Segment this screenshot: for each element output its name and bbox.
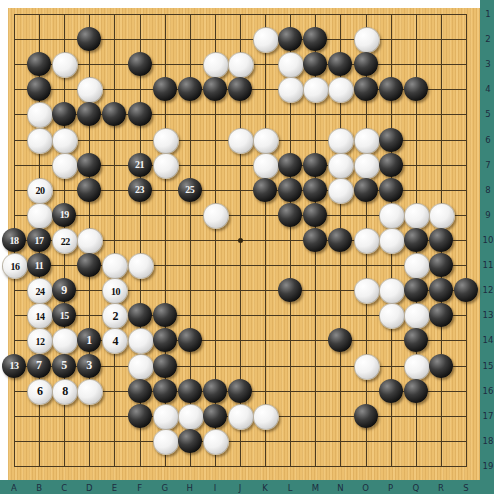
stone-white-Q9: [404, 203, 430, 229]
stone-black-F7: 21: [128, 153, 152, 177]
move-number-24: 24: [36, 286, 45, 297]
move-number-5: 5: [61, 358, 67, 373]
stone-white-D4: [77, 77, 103, 103]
move-number-17: 17: [35, 235, 44, 246]
stone-white-O10: [354, 228, 380, 254]
stone-black-H8: 25: [178, 178, 202, 202]
stone-white-I9: [203, 203, 229, 229]
stone-white-R9: [429, 203, 455, 229]
stone-black-F16: [128, 379, 152, 403]
stone-black-A10: 18: [2, 228, 26, 252]
stone-black-C12: 9: [52, 278, 76, 302]
move-number-1: 1: [86, 333, 92, 348]
move-number-18: 18: [10, 235, 19, 246]
stone-white-B13: 14: [27, 303, 53, 329]
grid-line-h-18: [14, 441, 467, 442]
stone-white-B16: 6: [27, 379, 53, 405]
stone-black-C15: 5: [52, 354, 76, 378]
stone-white-C3: [52, 52, 78, 78]
row-label-11: 11: [483, 261, 494, 270]
stone-white-O6: [354, 128, 380, 154]
stone-white-K2: [253, 27, 279, 53]
stone-white-Q11: [404, 253, 430, 279]
stone-black-B11: 11: [27, 253, 51, 277]
stone-black-B4: [27, 77, 51, 101]
stone-black-P16: [379, 379, 403, 403]
stone-black-L8: [278, 178, 302, 202]
stone-white-E14: 4: [102, 328, 128, 354]
stone-white-K17: [253, 404, 279, 430]
stone-white-F15: [128, 354, 154, 380]
col-label-A: A: [11, 484, 17, 493]
stone-black-C5: [52, 102, 76, 126]
stone-white-B12: 24: [27, 278, 53, 304]
stone-black-J4: [228, 77, 252, 101]
stone-black-D2: [77, 27, 101, 51]
stone-black-F17: [128, 404, 152, 428]
col-label-F: F: [137, 484, 142, 493]
move-number-12: 12: [36, 336, 45, 347]
stone-white-D10: [77, 228, 103, 254]
move-number-16: 16: [11, 261, 20, 272]
col-label-P: P: [388, 484, 393, 493]
stone-black-M3: [303, 52, 327, 76]
col-label-C: C: [61, 484, 67, 493]
stone-black-R12: [429, 278, 453, 302]
move-number-23: 23: [135, 184, 144, 195]
stone-black-F13: [128, 303, 152, 327]
move-number-21: 21: [135, 159, 144, 170]
stone-white-L3: [278, 52, 304, 78]
stone-white-H17: [178, 404, 204, 430]
move-number-15: 15: [60, 310, 69, 321]
stone-white-N4: [328, 77, 354, 103]
stone-black-M9: [303, 203, 327, 227]
move-number-7: 7: [36, 358, 42, 373]
stone-black-D5: [77, 102, 101, 126]
stone-black-R10: [429, 228, 453, 252]
stone-black-C9: 19: [52, 203, 76, 227]
stone-white-Q13: [404, 303, 430, 329]
stone-black-B15: 7: [27, 354, 51, 378]
stone-white-P9: [379, 203, 405, 229]
stone-black-D14: 1: [77, 328, 101, 352]
move-number-13: 13: [10, 360, 19, 371]
stone-white-B9: [27, 203, 53, 229]
stone-white-J3: [228, 52, 254, 78]
stone-white-C16: 8: [52, 379, 78, 405]
stone-white-B5: [27, 102, 53, 128]
stone-white-O2: [354, 27, 380, 53]
stone-white-N7: [328, 153, 354, 179]
stone-black-Q12: [404, 278, 428, 302]
stone-black-O8: [354, 178, 378, 202]
stone-white-O15: [354, 354, 380, 380]
grid-line-v-S: [466, 14, 467, 467]
stone-white-K6: [253, 128, 279, 154]
stone-white-B14: 12: [27, 328, 53, 354]
stone-white-P13: [379, 303, 405, 329]
col-label-M: M: [312, 484, 319, 493]
col-label-S: S: [463, 484, 468, 493]
stone-white-I18: [203, 429, 229, 455]
col-label-E: E: [112, 484, 117, 493]
stone-black-L12: [278, 278, 302, 302]
stone-white-A11: 16: [2, 253, 28, 279]
row-label-16: 16: [483, 386, 494, 395]
stone-white-C14: [52, 328, 78, 354]
stone-black-S12: [454, 278, 478, 302]
stone-black-R13: [429, 303, 453, 327]
stone-black-F5: [128, 102, 152, 126]
stone-black-K8: [253, 178, 277, 202]
move-number-9: 9: [61, 283, 67, 298]
stone-black-O17: [354, 404, 378, 428]
stone-black-L7: [278, 153, 302, 177]
move-number-4: 4: [112, 334, 118, 349]
stone-black-H14: [178, 328, 202, 352]
row-label-15: 15: [483, 361, 494, 370]
stone-white-B8: 20: [27, 178, 53, 204]
stone-black-G4: [153, 77, 177, 101]
move-number-10: 10: [111, 286, 120, 297]
stone-black-C13: 15: [52, 303, 76, 327]
stone-white-C7: [52, 153, 78, 179]
move-number-2: 2: [112, 309, 118, 324]
stone-black-B3: [27, 52, 51, 76]
stone-black-P6: [379, 128, 403, 152]
stone-black-B10: 17: [27, 228, 51, 252]
stone-black-Q10: [404, 228, 428, 252]
move-number-20: 20: [36, 185, 45, 196]
stone-black-N10: [328, 228, 352, 252]
stone-white-N6: [328, 128, 354, 154]
row-label-7: 7: [485, 160, 490, 169]
row-label-9: 9: [485, 211, 490, 220]
stone-white-F11: [128, 253, 154, 279]
stone-black-N14: [328, 328, 352, 352]
stone-white-G17: [153, 404, 179, 430]
stone-white-P10: [379, 228, 405, 254]
stone-white-K7: [253, 153, 279, 179]
move-number-6: 6: [37, 384, 43, 399]
stone-black-G13: [153, 303, 177, 327]
row-label-8: 8: [485, 186, 490, 195]
stone-white-E12: 10: [102, 278, 128, 304]
stone-white-J17: [228, 404, 254, 430]
row-label-13: 13: [483, 311, 494, 320]
stone-black-G14: [153, 328, 177, 352]
stone-black-P7: [379, 153, 403, 177]
col-label-G: G: [161, 484, 168, 493]
stone-black-D15: 3: [77, 354, 101, 378]
stone-black-J16: [228, 379, 252, 403]
stone-black-G16: [153, 379, 177, 403]
stone-white-C10: 22: [52, 228, 78, 254]
move-number-22: 22: [61, 236, 70, 247]
move-number-8: 8: [62, 384, 68, 399]
stone-white-N8: [328, 178, 354, 204]
stone-black-I4: [203, 77, 227, 101]
row-label-1: 1: [485, 10, 490, 19]
stone-black-H4: [178, 77, 202, 101]
stone-black-N3: [328, 52, 352, 76]
row-label-5: 5: [485, 110, 490, 119]
stone-white-J6: [228, 128, 254, 154]
stone-black-I17: [203, 404, 227, 428]
stone-black-I16: [203, 379, 227, 403]
stone-black-M8: [303, 178, 327, 202]
row-label-3: 3: [485, 60, 490, 69]
col-label-I: I: [214, 484, 217, 493]
stone-white-L4: [278, 77, 304, 103]
stone-white-G6: [153, 128, 179, 154]
move-number-11: 11: [35, 260, 43, 271]
stone-black-R15: [429, 354, 453, 378]
grid-line-h-19: [14, 466, 467, 467]
col-label-Q: Q: [412, 484, 419, 493]
stone-black-M10: [303, 228, 327, 252]
stone-black-H18: [178, 429, 202, 453]
stone-black-F8: 23: [128, 178, 152, 202]
stone-black-G15: [153, 354, 177, 378]
stone-white-I3: [203, 52, 229, 78]
stone-black-E5: [102, 102, 126, 126]
stone-white-C6: [52, 128, 78, 154]
stone-black-Q4: [404, 77, 428, 101]
row-label-19: 19: [483, 462, 494, 471]
col-label-B: B: [36, 484, 42, 493]
row-label-12: 12: [483, 286, 494, 295]
row-label-6: 6: [485, 135, 490, 144]
stone-black-P4: [379, 77, 403, 101]
col-label-K: K: [262, 484, 268, 493]
stone-black-R11: [429, 253, 453, 277]
stone-white-B6: [27, 128, 53, 154]
row-label-2: 2: [485, 35, 490, 44]
col-label-H: H: [187, 484, 193, 493]
stone-white-E13: 2: [102, 303, 128, 329]
stone-black-D7: [77, 153, 101, 177]
stone-black-O3: [354, 52, 378, 76]
col-label-R: R: [438, 484, 444, 493]
stone-black-L2: [278, 27, 302, 51]
column-coordinate-strip: [0, 480, 494, 494]
stone-black-M7: [303, 153, 327, 177]
col-label-O: O: [362, 484, 369, 493]
stone-white-D16: [77, 379, 103, 405]
stone-black-F3: [128, 52, 152, 76]
row-label-18: 18: [483, 437, 494, 446]
stone-white-Q15: [404, 354, 430, 380]
stone-white-M4: [303, 77, 329, 103]
stone-white-P12: [379, 278, 405, 304]
stone-black-O4: [354, 77, 378, 101]
col-label-J: J: [239, 484, 242, 493]
stone-black-A15: 13: [2, 354, 26, 378]
stone-white-G18: [153, 429, 179, 455]
grid-line-v-K: [265, 14, 266, 467]
row-label-17: 17: [483, 412, 494, 421]
stone-black-M2: [303, 27, 327, 51]
move-number-19: 19: [60, 209, 69, 220]
stone-black-H16: [178, 379, 202, 403]
col-label-L: L: [288, 484, 293, 493]
stone-white-O7: [354, 153, 380, 179]
stone-white-O12: [354, 278, 380, 304]
stone-black-D8: [77, 178, 101, 202]
go-diagram-page: 12345678910111213141516171819ABCDEFGHIJK…: [0, 0, 500, 500]
stone-black-P8: [379, 178, 403, 202]
stone-white-G7: [153, 153, 179, 179]
row-label-14: 14: [483, 336, 494, 345]
stone-black-L9: [278, 203, 302, 227]
stone-black-Q14: [404, 328, 428, 352]
stone-black-D11: [77, 253, 101, 277]
move-number-25: 25: [185, 184, 194, 195]
col-label-D: D: [86, 484, 93, 493]
move-number-3: 3: [86, 358, 92, 373]
stone-white-E11: [102, 253, 128, 279]
row-label-10: 10: [483, 236, 494, 245]
move-number-14: 14: [36, 311, 45, 322]
row-label-4: 4: [485, 85, 490, 94]
col-label-N: N: [337, 484, 343, 493]
star-point-J10: [238, 238, 243, 243]
stone-black-Q16: [404, 379, 428, 403]
stone-white-F14: [128, 328, 154, 354]
